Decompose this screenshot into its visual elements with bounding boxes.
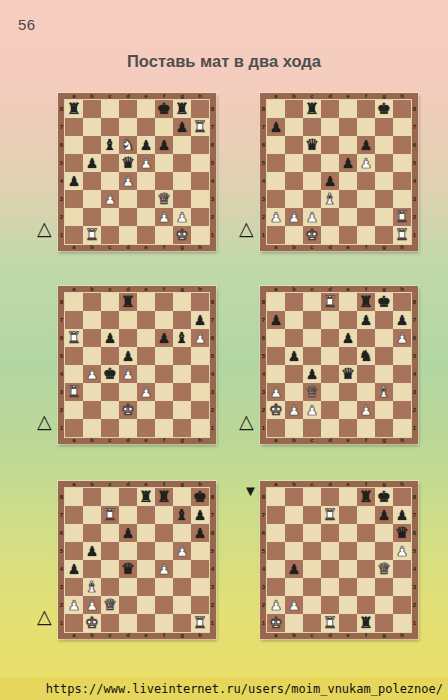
puzzle-1: △abcdefghabcdefgh8765432187654321♜♚♜♟♜♝♞… [58, 93, 216, 251]
file-label-h: h [191, 481, 209, 488]
white-to-move-marker: △ [239, 219, 254, 238]
rank-label-2: 2 [260, 401, 267, 419]
rank-label-1: 1 [209, 419, 216, 437]
square-c3: ♛ [303, 383, 321, 401]
square-a6 [267, 136, 285, 154]
square-e1 [137, 226, 155, 244]
file-label-e: e [339, 286, 357, 293]
source-url: https://www.liveinternet.ru/users/moim_v… [46, 682, 443, 696]
square-f1 [155, 419, 173, 437]
rank-label-4: 4 [58, 365, 65, 383]
square-g4 [173, 172, 191, 190]
square-g3: ♝ [375, 383, 393, 401]
rank-label-7: 7 [58, 311, 65, 329]
book-page: 56 Поставь мат в два хода △abcdefghabcde… [0, 0, 448, 700]
file-label-f: f [155, 244, 173, 251]
square-e2 [137, 596, 155, 614]
black-king: ♚ [155, 100, 173, 118]
file-label-a: a [65, 244, 83, 251]
black-pawn: ♟ [155, 329, 173, 347]
square-b1 [285, 419, 303, 437]
white-pawn: ♟ [303, 401, 321, 419]
square-h7: ♜ [191, 118, 209, 136]
file-label-g: g [173, 632, 191, 639]
black-pawn: ♟ [357, 311, 375, 329]
square-d7 [321, 118, 339, 136]
square-b7 [83, 506, 101, 524]
square-f4: ♟ [155, 560, 173, 578]
black-pawn: ♟ [393, 311, 411, 329]
black-rook: ♜ [173, 100, 191, 118]
square-c3 [101, 578, 119, 596]
square-d3 [321, 383, 339, 401]
square-f6 [155, 524, 173, 542]
square-f3 [357, 190, 375, 208]
square-e8 [137, 293, 155, 311]
square-a1: ♚ [267, 614, 285, 632]
square-h6 [191, 136, 209, 154]
rank-label-8: 8 [209, 488, 216, 506]
file-label-d: d [119, 93, 137, 100]
white-rook: ♜ [191, 118, 209, 136]
square-g1: ♚ [173, 226, 191, 244]
square-f2 [357, 208, 375, 226]
rank-label-4: 4 [411, 365, 418, 383]
square-g7 [375, 118, 393, 136]
square-b7 [285, 118, 303, 136]
square-e7 [137, 118, 155, 136]
black-bishop: ♝ [173, 506, 191, 524]
rank-label-4: 4 [260, 172, 267, 190]
square-a5 [267, 542, 285, 560]
black-rook: ♜ [303, 100, 321, 118]
rank-label-3: 3 [411, 190, 418, 208]
black-pawn: ♟ [357, 136, 375, 154]
square-g4 [173, 560, 191, 578]
board-grid: ♜♚♜♟♟♛♟♟♛♟♟♚♜♜ [267, 488, 411, 632]
file-label-e: e [339, 244, 357, 251]
square-b6 [83, 136, 101, 154]
square-a6: ♜ [65, 329, 83, 347]
rank-label-3: 3 [209, 190, 216, 208]
white-pawn: ♟ [173, 542, 191, 560]
square-b1 [285, 614, 303, 632]
rank-label: 87654321 [58, 293, 65, 437]
white-king: ♚ [303, 226, 321, 244]
file-label-c: c [303, 286, 321, 293]
file-label-d: d [321, 244, 339, 251]
square-b5: ♟ [83, 542, 101, 560]
file-label-g: g [173, 481, 191, 488]
square-b1 [285, 226, 303, 244]
square-a7: ♟ [267, 118, 285, 136]
square-d4: ♟ [321, 172, 339, 190]
square-g3 [375, 578, 393, 596]
rank-label-3: 3 [209, 383, 216, 401]
square-e3 [339, 190, 357, 208]
file-label-a: a [267, 632, 285, 639]
black-pawn: ♟ [303, 365, 321, 383]
square-a4: ♟ [65, 172, 83, 190]
square-a8 [65, 293, 83, 311]
white-rook: ♜ [393, 208, 411, 226]
square-g5 [375, 542, 393, 560]
square-b3 [285, 578, 303, 596]
file-label-g: g [375, 244, 393, 251]
square-g7: ♟ [173, 118, 191, 136]
rank-label-8: 8 [209, 100, 216, 118]
file-label-d: d [321, 93, 339, 100]
rank-label-6: 6 [58, 329, 65, 347]
file-label-e: e [339, 481, 357, 488]
square-h2 [393, 401, 411, 419]
file-label-e: e [137, 632, 155, 639]
white-pawn: ♟ [357, 401, 375, 419]
square-h1 [191, 226, 209, 244]
square-e6 [339, 136, 357, 154]
square-d8: ♜ [321, 293, 339, 311]
white-bishop: ♝ [375, 383, 393, 401]
file-label-c: c [303, 93, 321, 100]
square-d8 [321, 488, 339, 506]
square-f7 [357, 118, 375, 136]
square-h6: ♛ [393, 524, 411, 542]
square-f8: ♜ [357, 293, 375, 311]
square-e5 [137, 542, 155, 560]
rank-label-7: 7 [58, 118, 65, 136]
file-label-e: e [339, 93, 357, 100]
rank-label-3: 3 [260, 578, 267, 596]
rank-label-3: 3 [58, 190, 65, 208]
square-c6: ♝ [101, 136, 119, 154]
square-e7 [137, 311, 155, 329]
square-a3: ♟ [267, 383, 285, 401]
black-king: ♚ [375, 293, 393, 311]
file-label-c: c [303, 244, 321, 251]
square-c5 [101, 542, 119, 560]
square-c6 [101, 524, 119, 542]
square-c1 [101, 419, 119, 437]
file-label-g: g [173, 244, 191, 251]
square-g6 [375, 136, 393, 154]
square-b5: ♟ [285, 347, 303, 365]
square-b7 [285, 506, 303, 524]
file-label-b: b [285, 632, 303, 639]
square-f1 [357, 419, 375, 437]
square-d6 [119, 329, 137, 347]
square-c5 [101, 347, 119, 365]
file-label-b: b [83, 93, 101, 100]
square-b4: ♟ [285, 560, 303, 578]
rank-label: 87654321 [411, 100, 418, 244]
square-f4 [155, 172, 173, 190]
file-label-h: h [393, 244, 411, 251]
square-d8: ♜ [119, 293, 137, 311]
square-a8 [267, 100, 285, 118]
square-h8 [393, 100, 411, 118]
square-e6 [339, 524, 357, 542]
square-a3: ♜ [65, 383, 83, 401]
square-a5 [267, 154, 285, 172]
white-pawn: ♟ [83, 365, 101, 383]
file-label-b: b [83, 632, 101, 639]
rank-label-7: 7 [260, 118, 267, 136]
square-g1 [375, 419, 393, 437]
puzzle-3: △abcdefghabcdefgh8765432187654321♜♟♜♟♟♝♟… [58, 286, 216, 444]
black-king: ♚ [101, 365, 119, 383]
file-label-a: a [267, 244, 285, 251]
file-label-e: e [137, 244, 155, 251]
square-a7 [267, 506, 285, 524]
square-c7 [101, 311, 119, 329]
file-label-g: g [173, 437, 191, 444]
square-h3 [393, 190, 411, 208]
black-pawn: ♟ [83, 542, 101, 560]
square-h1 [393, 419, 411, 437]
rank-label-8: 8 [411, 488, 418, 506]
square-f5 [357, 542, 375, 560]
white-pawn: ♟ [285, 401, 303, 419]
square-e7 [339, 118, 357, 136]
file-label-a: a [267, 437, 285, 444]
square-d5 [321, 542, 339, 560]
square-g6 [173, 136, 191, 154]
white-bishop: ♝ [321, 190, 339, 208]
rank-label-1: 1 [209, 614, 216, 632]
square-d8 [119, 488, 137, 506]
file-label-c: c [303, 437, 321, 444]
rank-label-5: 5 [411, 154, 418, 172]
square-d2 [321, 208, 339, 226]
file-label-b: b [83, 244, 101, 251]
square-d1 [119, 419, 137, 437]
square-h8 [191, 100, 209, 118]
square-c1 [101, 226, 119, 244]
square-d2 [119, 596, 137, 614]
file-label: abcdefgh [267, 437, 411, 444]
square-f2: ♟ [155, 208, 173, 226]
rank-label-1: 1 [411, 614, 418, 632]
square-d5 [119, 542, 137, 560]
square-a4: ♟ [65, 560, 83, 578]
black-king: ♚ [375, 488, 393, 506]
square-d2 [119, 208, 137, 226]
rank-label-8: 8 [209, 293, 216, 311]
square-c7: ♜ [101, 506, 119, 524]
square-h2 [393, 596, 411, 614]
file-label: abcdefgh [267, 93, 411, 100]
rank-label-3: 3 [411, 578, 418, 596]
square-e1 [339, 226, 357, 244]
square-g4: ♛ [375, 560, 393, 578]
white-to-move-marker: △ [37, 412, 52, 431]
file-label-g: g [173, 286, 191, 293]
square-h8 [393, 488, 411, 506]
square-c6 [303, 524, 321, 542]
square-g7 [173, 311, 191, 329]
rank-label-1: 1 [209, 226, 216, 244]
rank-label-3: 3 [411, 383, 418, 401]
square-c3 [101, 383, 119, 401]
board-grid: ♜♟♜♟♟♝♟♟♟♚♟♜♟♚ [65, 293, 209, 437]
rank-label-6: 6 [411, 329, 418, 347]
rank-label-1: 1 [411, 419, 418, 437]
rank-label: 87654321 [260, 293, 267, 437]
white-pawn: ♟ [137, 383, 155, 401]
black-rook: ♜ [357, 293, 375, 311]
square-d1 [119, 614, 137, 632]
square-b2 [83, 208, 101, 226]
square-e6: ♟ [339, 329, 357, 347]
square-f4 [155, 365, 173, 383]
rank-label-5: 5 [58, 347, 65, 365]
square-b7 [83, 311, 101, 329]
square-f3: ♛ [155, 190, 173, 208]
rank-label-7: 7 [260, 311, 267, 329]
square-g2: ♟ [173, 208, 191, 226]
square-h5 [191, 154, 209, 172]
square-e8 [339, 293, 357, 311]
white-pawn: ♟ [155, 560, 173, 578]
rank-label-4: 4 [411, 560, 418, 578]
square-f1 [357, 226, 375, 244]
square-c4: ♟ [303, 365, 321, 383]
square-d2 [321, 401, 339, 419]
file-label: abcdefgh [267, 244, 411, 251]
rank-label-8: 8 [58, 100, 65, 118]
white-pawn: ♟ [303, 208, 321, 226]
white-pawn: ♟ [267, 383, 285, 401]
square-e2 [137, 208, 155, 226]
square-g6: ♝ [173, 329, 191, 347]
rank-label-1: 1 [411, 226, 418, 244]
square-h2: ♜ [393, 208, 411, 226]
square-f8 [357, 100, 375, 118]
rank-label-8: 8 [411, 293, 418, 311]
file-label-d: d [119, 481, 137, 488]
white-pawn: ♟ [393, 329, 411, 347]
square-f8: ♚ [155, 100, 173, 118]
square-g8 [173, 293, 191, 311]
black-pawn: ♟ [267, 311, 285, 329]
file-label-a: a [65, 93, 83, 100]
square-a4 [267, 365, 285, 383]
square-h3 [393, 578, 411, 596]
square-c7 [303, 311, 321, 329]
square-h6 [393, 136, 411, 154]
file-label-h: h [191, 93, 209, 100]
file-label-f: f [357, 93, 375, 100]
square-e3 [339, 578, 357, 596]
square-h4 [191, 172, 209, 190]
square-d7 [119, 311, 137, 329]
white-queen: ♛ [101, 596, 119, 614]
square-e1 [339, 419, 357, 437]
square-d3 [321, 578, 339, 596]
black-pawn: ♟ [393, 506, 411, 524]
square-c5 [303, 542, 321, 560]
file-label-b: b [285, 93, 303, 100]
rank-label-7: 7 [209, 506, 216, 524]
square-g5 [375, 347, 393, 365]
file-label-c: c [101, 93, 119, 100]
white-pawn: ♟ [65, 596, 83, 614]
square-a1 [65, 226, 83, 244]
file-label-h: h [393, 632, 411, 639]
rank-label-2: 2 [411, 208, 418, 226]
file-label-d: d [119, 632, 137, 639]
square-e2 [137, 401, 155, 419]
square-d1: ♜ [321, 614, 339, 632]
rank-label-4: 4 [58, 560, 65, 578]
square-a1 [65, 614, 83, 632]
file-label-b: b [83, 286, 101, 293]
square-d4 [321, 560, 339, 578]
square-g2 [375, 208, 393, 226]
file-label-c: c [101, 481, 119, 488]
black-pawn: ♟ [375, 506, 393, 524]
file-label: abcdefgh [65, 632, 209, 639]
square-f7 [155, 311, 173, 329]
square-g6 [375, 524, 393, 542]
file-label-c: c [303, 632, 321, 639]
rank-label-6: 6 [260, 329, 267, 347]
white-queen: ♛ [303, 383, 321, 401]
square-a7 [65, 118, 83, 136]
file-label-c: c [101, 286, 119, 293]
rank-label-2: 2 [58, 596, 65, 614]
square-h6: ♟ [191, 524, 209, 542]
file-label-d: d [321, 632, 339, 639]
black-rook: ♜ [65, 100, 83, 118]
square-f4 [357, 172, 375, 190]
square-b3 [83, 190, 101, 208]
rank-label-1: 1 [260, 226, 267, 244]
square-d2: ♚ [119, 401, 137, 419]
rank-label-1: 1 [58, 614, 65, 632]
square-e4 [339, 560, 357, 578]
white-pawn: ♟ [119, 365, 137, 383]
square-b3 [83, 383, 101, 401]
square-a2: ♟ [65, 596, 83, 614]
white-pawn: ♟ [285, 208, 303, 226]
square-a3 [267, 578, 285, 596]
white-pawn: ♟ [267, 208, 285, 226]
white-rook: ♜ [393, 226, 411, 244]
rank-label-1: 1 [58, 419, 65, 437]
black-rook: ♜ [119, 293, 137, 311]
square-d1 [119, 226, 137, 244]
file-label-d: d [321, 437, 339, 444]
square-h8: ♚ [191, 488, 209, 506]
square-d8 [119, 100, 137, 118]
square-g1 [173, 419, 191, 437]
square-e4 [137, 172, 155, 190]
file-label-h: h [191, 286, 209, 293]
square-h8 [393, 293, 411, 311]
rank-label-8: 8 [260, 293, 267, 311]
rank-label-1: 1 [260, 614, 267, 632]
square-b1 [83, 419, 101, 437]
rank-label-6: 6 [260, 524, 267, 542]
file-label-e: e [339, 632, 357, 639]
rank-label-8: 8 [260, 100, 267, 118]
square-c4: ♚ [101, 365, 119, 383]
square-b7 [83, 118, 101, 136]
square-d7 [119, 506, 137, 524]
square-a2: ♟ [267, 208, 285, 226]
file-label-c: c [101, 437, 119, 444]
